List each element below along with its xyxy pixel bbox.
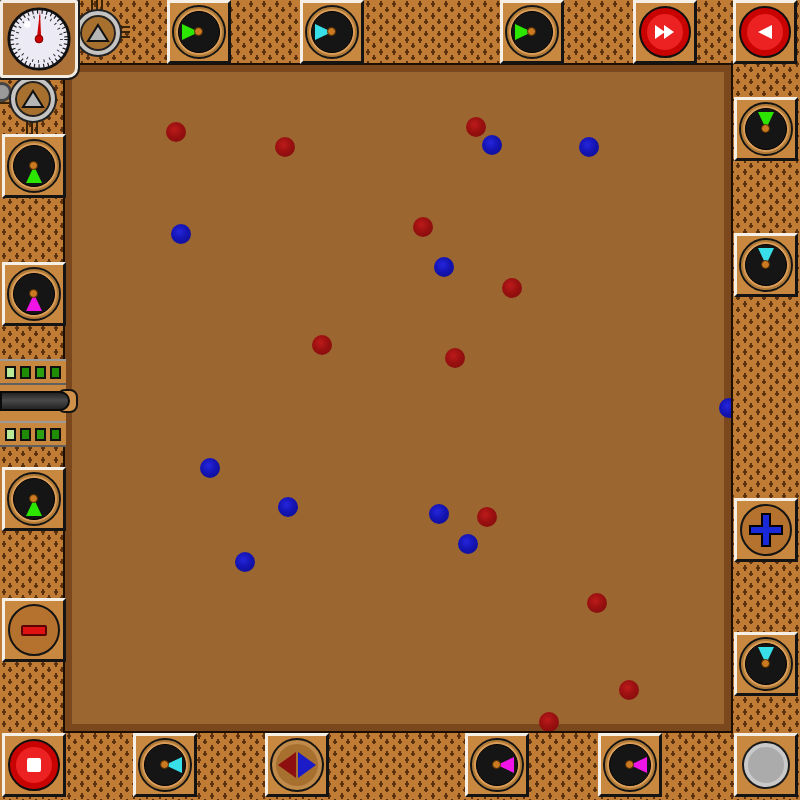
knob-face bbox=[144, 744, 186, 786]
blue-marble[interactable] bbox=[429, 504, 449, 524]
blue-marble[interactable] bbox=[200, 458, 220, 478]
red-marble[interactable] bbox=[477, 507, 497, 527]
knob-face bbox=[13, 273, 55, 315]
remove-button[interactable] bbox=[8, 604, 60, 656]
tile-knob-right-2 bbox=[734, 233, 798, 297]
red-marble[interactable] bbox=[275, 137, 295, 157]
plus-icon bbox=[746, 510, 786, 550]
knob-center-dot bbox=[160, 760, 169, 769]
knob-top-2[interactable] bbox=[305, 5, 359, 59]
fast-forward-button[interactable] bbox=[639, 6, 691, 58]
knob-center-dot bbox=[527, 27, 536, 36]
fast-forward-icon bbox=[647, 14, 683, 50]
blue-marble[interactable] bbox=[278, 497, 298, 517]
tile-fast-forward-button bbox=[633, 0, 697, 64]
stop-icon bbox=[16, 747, 52, 783]
knob-center-dot bbox=[327, 27, 336, 36]
led-light bbox=[50, 366, 61, 379]
knob-face bbox=[13, 145, 55, 187]
knob-face bbox=[745, 244, 787, 286]
control-panel-board bbox=[0, 0, 800, 800]
led-light bbox=[5, 366, 16, 379]
led-light bbox=[5, 428, 16, 441]
led-indicator-row bbox=[0, 359, 66, 385]
gauge-tile bbox=[0, 0, 78, 78]
right-arrow-icon bbox=[298, 752, 316, 778]
blue-marble[interactable] bbox=[171, 224, 191, 244]
red-marble[interactable] bbox=[502, 278, 522, 298]
red-marble[interactable] bbox=[539, 712, 559, 732]
knob-face bbox=[745, 643, 787, 685]
tile-knob-bottom-1 bbox=[133, 733, 197, 797]
play-left-button[interactable] bbox=[739, 6, 791, 58]
red-marble[interactable] bbox=[466, 117, 486, 137]
stop-icon bbox=[27, 758, 41, 772]
led-light bbox=[35, 428, 46, 441]
blue-marble[interactable] bbox=[719, 398, 733, 418]
red-marble[interactable] bbox=[445, 348, 465, 368]
led-indicator-row bbox=[0, 421, 66, 447]
tile-knob-left-1 bbox=[2, 134, 66, 198]
led-light bbox=[20, 428, 31, 441]
dial-gauge bbox=[4, 4, 74, 74]
knob-left-1[interactable] bbox=[7, 139, 61, 193]
led-light bbox=[20, 366, 31, 379]
knob-right-2[interactable] bbox=[739, 238, 793, 292]
tile-knob-right-1 bbox=[734, 97, 798, 161]
up-triangle-icon bbox=[86, 23, 110, 43]
tile-gray-blank-button bbox=[734, 733, 798, 797]
play-left-icon bbox=[747, 14, 783, 50]
knob-bottom-3[interactable] bbox=[603, 738, 657, 792]
knob-right-1[interactable] bbox=[739, 102, 793, 156]
red-marble[interactable] bbox=[587, 593, 607, 613]
red-marble[interactable] bbox=[166, 122, 186, 142]
tile-knob-left-3 bbox=[2, 467, 66, 531]
tile-add-button bbox=[734, 498, 798, 562]
tile-direction-toggle-button bbox=[265, 733, 329, 797]
vent-button-top[interactable] bbox=[76, 11, 120, 55]
knob-center-dot bbox=[492, 760, 501, 769]
knob-center-dot bbox=[761, 260, 770, 269]
knob-left-2[interactable] bbox=[7, 267, 61, 321]
tile-play-left-button bbox=[733, 0, 797, 64]
knob-bottom-1[interactable] bbox=[138, 738, 192, 792]
red-marble[interactable] bbox=[619, 680, 639, 700]
knob-face bbox=[13, 478, 55, 520]
blue-marble[interactable] bbox=[482, 135, 502, 155]
knob-face bbox=[178, 11, 220, 53]
led-light bbox=[50, 428, 61, 441]
board-interior bbox=[72, 72, 724, 724]
vent-button-left[interactable] bbox=[11, 77, 55, 121]
blue-marble[interactable] bbox=[434, 257, 454, 277]
tile-knob-bottom-3 bbox=[598, 733, 662, 797]
up-triangle-icon bbox=[21, 89, 45, 109]
led-light bbox=[35, 366, 46, 379]
knob-face bbox=[476, 744, 518, 786]
knob-face bbox=[511, 11, 553, 53]
knob-face bbox=[311, 11, 353, 53]
stop-button[interactable] bbox=[8, 739, 60, 791]
knob-face bbox=[745, 108, 787, 150]
direction-toggle-button[interactable] bbox=[270, 738, 324, 792]
knob-left-3[interactable] bbox=[7, 472, 61, 526]
knob-center-dot bbox=[761, 659, 770, 668]
knob-center-dot bbox=[761, 124, 770, 133]
minus-icon bbox=[21, 625, 47, 636]
knob-bottom-2[interactable] bbox=[470, 738, 524, 792]
knob-center-dot bbox=[194, 27, 203, 36]
knob-center-dot bbox=[625, 760, 634, 769]
blue-marble[interactable] bbox=[458, 534, 478, 554]
red-marble[interactable] bbox=[413, 217, 433, 237]
red-marble[interactable] bbox=[312, 335, 332, 355]
tile-knob-top-1 bbox=[167, 0, 231, 64]
knob-center-dot bbox=[29, 494, 38, 503]
knob-center-dot bbox=[29, 289, 38, 298]
knob-top-1[interactable] bbox=[172, 5, 226, 59]
knob-face bbox=[609, 744, 651, 786]
tile-knob-top-3 bbox=[500, 0, 564, 64]
knob-right-3[interactable] bbox=[739, 637, 793, 691]
tile-knob-right-3 bbox=[734, 632, 798, 696]
tile-knob-bottom-2 bbox=[465, 733, 529, 797]
knob-center-dot bbox=[29, 161, 38, 170]
board-frame bbox=[63, 63, 733, 733]
tile-knob-top-2 bbox=[300, 0, 364, 64]
blue-marble[interactable] bbox=[579, 137, 599, 157]
gray-blank-button[interactable] bbox=[744, 743, 788, 787]
blue-marble[interactable] bbox=[235, 552, 255, 572]
left-arrow-icon bbox=[278, 752, 296, 778]
add-button[interactable] bbox=[740, 504, 792, 556]
slider-track[interactable] bbox=[0, 391, 70, 411]
tile-stop-button bbox=[2, 733, 66, 797]
tile-remove-button bbox=[2, 598, 66, 662]
tile-knob-left-2 bbox=[2, 262, 66, 326]
knob-top-3[interactable] bbox=[505, 5, 559, 59]
